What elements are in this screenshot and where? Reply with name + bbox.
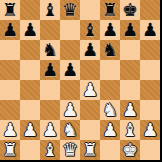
square-a6[interactable] — [0, 40, 20, 60]
black-pawn-e6[interactable]: ♟ — [82, 40, 98, 60]
square-f8[interactable]: ♜ — [100, 0, 120, 20]
white-rook-a1[interactable]: ♜ — [2, 140, 18, 160]
square-c7[interactable] — [40, 20, 60, 40]
square-c6[interactable]: ♞ — [40, 40, 60, 60]
black-rook-f8[interactable]: ♜ — [102, 0, 118, 20]
black-rook-a8[interactable]: ♜ — [2, 0, 18, 20]
square-g6[interactable] — [120, 40, 140, 60]
square-f6[interactable]: ♞ — [100, 40, 120, 60]
white-pawn-b2[interactable]: ♟ — [22, 120, 38, 140]
square-e3[interactable] — [80, 100, 100, 120]
square-h6[interactable] — [140, 40, 160, 60]
square-e4[interactable]: ♟ — [80, 80, 100, 100]
black-pawn-h7[interactable]: ♟ — [142, 20, 158, 40]
black-pawn-f7[interactable]: ♟ — [102, 20, 118, 40]
square-e6[interactable]: ♟ — [80, 40, 100, 60]
square-d4[interactable] — [60, 80, 80, 100]
black-pawn-a7[interactable]: ♟ — [2, 20, 18, 40]
square-f7[interactable]: ♟ — [100, 20, 120, 40]
square-b2[interactable]: ♟ — [20, 120, 40, 140]
square-c1[interactable]: ♝ — [40, 140, 60, 160]
white-bishop-c1[interactable]: ♝ — [42, 140, 58, 160]
square-f1[interactable] — [100, 140, 120, 160]
square-e2[interactable] — [80, 120, 100, 140]
square-h2[interactable]: ♟ — [140, 120, 160, 140]
square-d3[interactable]: ♟ — [60, 100, 80, 120]
black-bishop-e7[interactable]: ♝ — [82, 20, 98, 40]
square-g8[interactable]: ♚ — [120, 0, 140, 20]
black-king-g8[interactable]: ♚ — [122, 0, 138, 20]
square-d8[interactable]: ♛ — [60, 0, 80, 20]
white-pawn-e4[interactable]: ♟ — [82, 80, 98, 100]
square-a1[interactable]: ♜ — [0, 140, 20, 160]
white-pawn-d3[interactable]: ♟ — [62, 100, 78, 120]
square-a5[interactable] — [0, 60, 20, 80]
white-pawn-g3[interactable]: ♟ — [122, 100, 138, 120]
black-queen-d8[interactable]: ♛ — [62, 0, 78, 20]
square-c5[interactable]: ♟ — [40, 60, 60, 80]
square-h4[interactable] — [140, 80, 160, 100]
square-f3[interactable]: ♞ — [100, 100, 120, 120]
chess-board-frame: ♜♝♛♜♚♟♟♝♟♟♟♞♟♞♟♟♟♟♞♟♟♟♟♞♟♝♟♜♝♛♜♚ — [0, 0, 162, 162]
white-king-g1[interactable]: ♚ — [122, 140, 138, 160]
square-d1[interactable]: ♛ — [60, 140, 80, 160]
square-e8[interactable] — [80, 0, 100, 20]
black-bishop-c8[interactable]: ♝ — [42, 0, 58, 20]
black-pawn-d5[interactable]: ♟ — [62, 60, 78, 80]
square-e1[interactable]: ♜ — [80, 140, 100, 160]
square-g4[interactable] — [120, 80, 140, 100]
square-g7[interactable]: ♟ — [120, 20, 140, 40]
square-d2[interactable]: ♞ — [60, 120, 80, 140]
square-d5[interactable]: ♟ — [60, 60, 80, 80]
square-e5[interactable] — [80, 60, 100, 80]
square-b6[interactable] — [20, 40, 40, 60]
square-d6[interactable] — [60, 40, 80, 60]
square-h1[interactable] — [140, 140, 160, 160]
white-pawn-f2[interactable]: ♟ — [102, 120, 118, 140]
square-g5[interactable] — [120, 60, 140, 80]
square-f2[interactable]: ♟ — [100, 120, 120, 140]
square-a7[interactable]: ♟ — [0, 20, 20, 40]
square-b3[interactable] — [20, 100, 40, 120]
white-pawn-h2[interactable]: ♟ — [142, 120, 158, 140]
square-b7[interactable]: ♟ — [20, 20, 40, 40]
square-h8[interactable] — [140, 0, 160, 20]
square-f4[interactable] — [100, 80, 120, 100]
white-pawn-a2[interactable]: ♟ — [2, 120, 18, 140]
black-knight-f6[interactable]: ♞ — [102, 40, 118, 60]
square-e7[interactable]: ♝ — [80, 20, 100, 40]
chess-board: ♜♝♛♜♚♟♟♝♟♟♟♞♟♞♟♟♟♟♞♟♟♟♟♞♟♝♟♜♝♛♜♚ — [0, 0, 160, 160]
white-pawn-c2[interactable]: ♟ — [42, 120, 58, 140]
square-c4[interactable] — [40, 80, 60, 100]
square-d7[interactable] — [60, 20, 80, 40]
square-c8[interactable]: ♝ — [40, 0, 60, 20]
square-h7[interactable]: ♟ — [140, 20, 160, 40]
square-h3[interactable] — [140, 100, 160, 120]
square-g1[interactable]: ♚ — [120, 140, 140, 160]
white-knight-f3[interactable]: ♞ — [102, 100, 118, 120]
square-a3[interactable] — [0, 100, 20, 120]
square-a2[interactable]: ♟ — [0, 120, 20, 140]
square-b1[interactable] — [20, 140, 40, 160]
square-g2[interactable]: ♝ — [120, 120, 140, 140]
square-b5[interactable] — [20, 60, 40, 80]
square-b4[interactable] — [20, 80, 40, 100]
black-pawn-b7[interactable]: ♟ — [22, 20, 38, 40]
square-a8[interactable]: ♜ — [0, 0, 20, 20]
black-pawn-g7[interactable]: ♟ — [122, 20, 138, 40]
square-h5[interactable] — [140, 60, 160, 80]
white-knight-d2[interactable]: ♞ — [62, 120, 78, 140]
black-pawn-c5[interactable]: ♟ — [42, 60, 58, 80]
square-g3[interactable]: ♟ — [120, 100, 140, 120]
white-rook-e1[interactable]: ♜ — [82, 140, 98, 160]
black-knight-c6[interactable]: ♞ — [42, 40, 58, 60]
square-c3[interactable] — [40, 100, 60, 120]
square-b8[interactable] — [20, 0, 40, 20]
square-c2[interactable]: ♟ — [40, 120, 60, 140]
white-bishop-g2[interactable]: ♝ — [122, 120, 138, 140]
white-queen-d1[interactable]: ♛ — [62, 140, 78, 160]
square-a4[interactable] — [0, 80, 20, 100]
square-f5[interactable] — [100, 60, 120, 80]
